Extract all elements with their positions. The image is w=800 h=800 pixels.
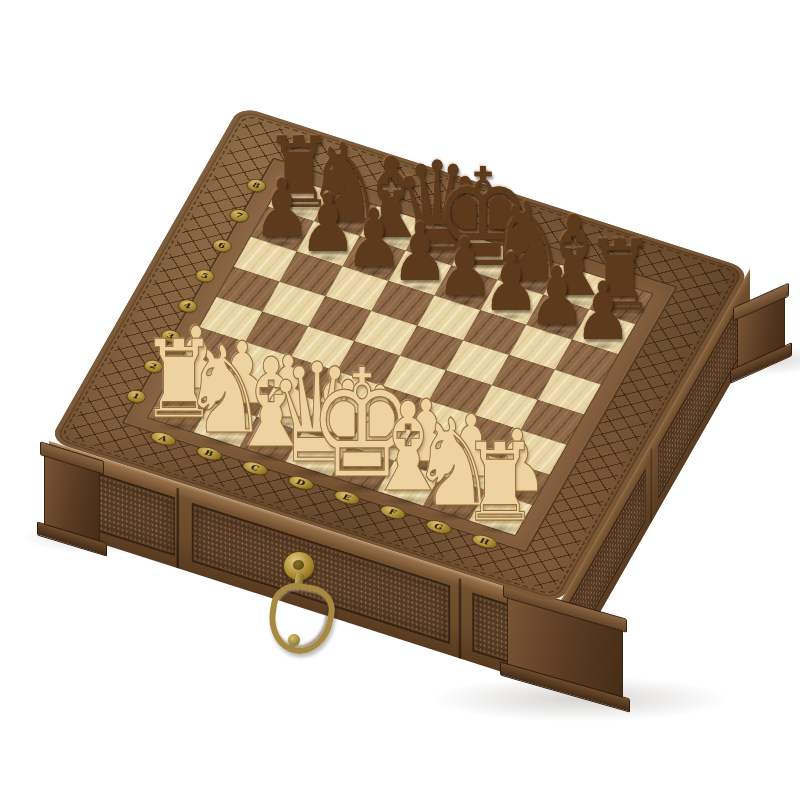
piece-white-rook-h1[interactable]: ♜ bbox=[461, 429, 538, 537]
pieces-layer: ♜♞♝♛♚♞♝♜♟♟♟♟♟♟♟♟♟♟♟♟♟♟♟♟♜♞♝♛♚♝♞♜ bbox=[0, 0, 800, 800]
piece-black-pawn-h7[interactable]: ♟ bbox=[574, 272, 631, 352]
chess-box-photo: ABCDEFGH12345678 ♜♞♝♛♚♞♝♜♟♟♟♟♟♟♟♟♟♟♟♟♟♟♟… bbox=[0, 0, 800, 800]
